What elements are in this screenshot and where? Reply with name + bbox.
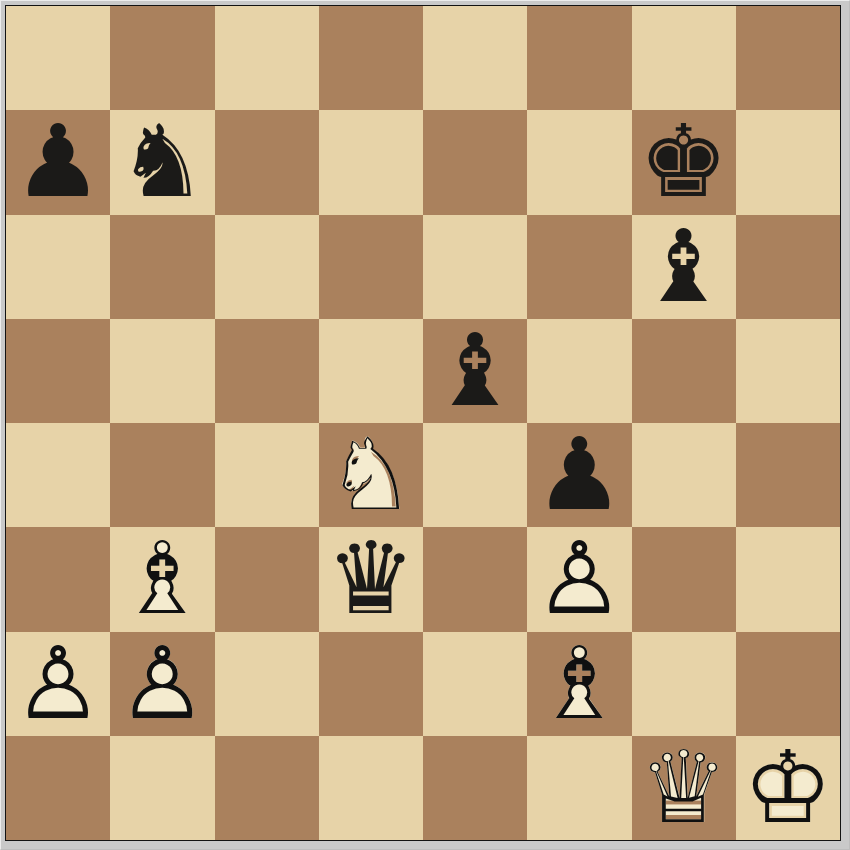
square-d7[interactable]	[319, 110, 423, 214]
white-queen-piece: ♛	[632, 736, 736, 840]
square-a7[interactable]: ♟	[6, 110, 110, 214]
white-pawn-piece: ♟	[6, 632, 110, 736]
black-knight-piece: ♞	[110, 110, 214, 214]
black-bishop-piece: ♝	[423, 319, 527, 423]
square-b3[interactable]: ♝♗	[110, 527, 214, 631]
square-f8[interactable]	[527, 6, 631, 110]
square-d8[interactable]	[319, 6, 423, 110]
square-f3[interactable]: ♟♙	[527, 527, 631, 631]
square-e3[interactable]	[423, 527, 527, 631]
square-g4[interactable]	[632, 423, 736, 527]
square-h7[interactable]	[736, 110, 840, 214]
white-knight-outline: ♘	[319, 423, 423, 527]
square-f1[interactable]	[527, 736, 631, 840]
square-e6[interactable]	[423, 215, 527, 319]
white-bishop-piece: ♝	[110, 527, 214, 631]
square-c6[interactable]	[215, 215, 319, 319]
square-f2[interactable]: ♝♗	[527, 632, 631, 736]
square-e7[interactable]	[423, 110, 527, 214]
square-h8[interactable]	[736, 6, 840, 110]
square-a1[interactable]	[6, 736, 110, 840]
white-pawn-piece: ♟	[110, 632, 214, 736]
square-g8[interactable]	[632, 6, 736, 110]
square-h1[interactable]: ♚♔	[736, 736, 840, 840]
square-b1[interactable]	[110, 736, 214, 840]
white-bishop-outline: ♗	[527, 632, 631, 736]
square-g2[interactable]	[632, 632, 736, 736]
square-c1[interactable]	[215, 736, 319, 840]
square-h4[interactable]	[736, 423, 840, 527]
square-b2[interactable]: ♟♙	[110, 632, 214, 736]
white-pawn-piece: ♟	[527, 527, 631, 631]
white-king-piece: ♚	[736, 736, 840, 840]
square-f5[interactable]	[527, 319, 631, 423]
square-a8[interactable]	[6, 6, 110, 110]
square-h6[interactable]	[736, 215, 840, 319]
square-h3[interactable]	[736, 527, 840, 631]
square-a6[interactable]	[6, 215, 110, 319]
square-e4[interactable]	[423, 423, 527, 527]
white-pawn-outline: ♙	[6, 632, 110, 736]
square-c7[interactable]	[215, 110, 319, 214]
board-frame: ♟♞♚♝♝♞♘♟♝♗♛♟♙♟♙♟♙♝♗♛♕♚♔	[0, 0, 850, 850]
square-c8[interactable]	[215, 6, 319, 110]
square-a4[interactable]	[6, 423, 110, 527]
square-e1[interactable]	[423, 736, 527, 840]
white-pawn-outline: ♙	[110, 632, 214, 736]
square-d2[interactable]	[319, 632, 423, 736]
square-g6[interactable]: ♝	[632, 215, 736, 319]
square-c4[interactable]	[215, 423, 319, 527]
square-e2[interactable]	[423, 632, 527, 736]
square-d4[interactable]: ♞♘	[319, 423, 423, 527]
square-g3[interactable]	[632, 527, 736, 631]
white-king-outline: ♔	[736, 736, 840, 840]
square-b7[interactable]: ♞	[110, 110, 214, 214]
chess-board: ♟♞♚♝♝♞♘♟♝♗♛♟♙♟♙♟♙♝♗♛♕♚♔	[5, 5, 841, 841]
square-e5[interactable]: ♝	[423, 319, 527, 423]
square-g5[interactable]	[632, 319, 736, 423]
square-a5[interactable]	[6, 319, 110, 423]
white-bishop-outline: ♗	[110, 527, 214, 631]
square-f4[interactable]: ♟	[527, 423, 631, 527]
square-c5[interactable]	[215, 319, 319, 423]
square-a2[interactable]: ♟♙	[6, 632, 110, 736]
square-c2[interactable]	[215, 632, 319, 736]
black-king-piece: ♚	[632, 110, 736, 214]
square-b8[interactable]	[110, 6, 214, 110]
square-g7[interactable]: ♚	[632, 110, 736, 214]
white-bishop-piece: ♝	[527, 632, 631, 736]
square-d6[interactable]	[319, 215, 423, 319]
white-knight-piece: ♞	[319, 423, 423, 527]
square-h2[interactable]	[736, 632, 840, 736]
square-e8[interactable]	[423, 6, 527, 110]
square-a3[interactable]	[6, 527, 110, 631]
square-h5[interactable]	[736, 319, 840, 423]
square-f6[interactable]	[527, 215, 631, 319]
square-d3[interactable]: ♛	[319, 527, 423, 631]
square-d1[interactable]	[319, 736, 423, 840]
black-pawn-piece: ♟	[527, 423, 631, 527]
black-bishop-piece: ♝	[632, 215, 736, 319]
square-b5[interactable]	[110, 319, 214, 423]
square-f7[interactable]	[527, 110, 631, 214]
square-g1[interactable]: ♛♕	[632, 736, 736, 840]
square-b6[interactable]	[110, 215, 214, 319]
white-pawn-outline: ♙	[527, 527, 631, 631]
white-queen-outline: ♕	[632, 736, 736, 840]
black-queen-piece: ♛	[319, 527, 423, 631]
square-d5[interactable]	[319, 319, 423, 423]
black-pawn-piece: ♟	[6, 110, 110, 214]
square-b4[interactable]	[110, 423, 214, 527]
square-c3[interactable]	[215, 527, 319, 631]
